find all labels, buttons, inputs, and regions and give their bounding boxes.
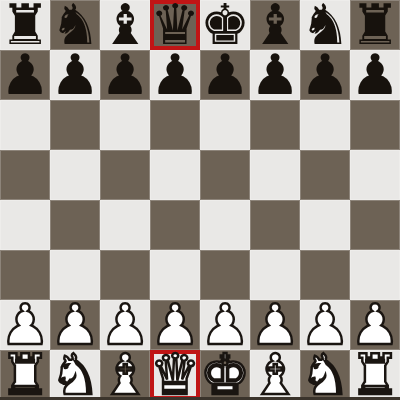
square-a4[interactable] (0, 200, 50, 250)
square-c1[interactable]: ♝ (100, 350, 150, 400)
square-a5[interactable] (0, 150, 50, 200)
square-d4[interactable] (150, 200, 200, 250)
square-c4[interactable] (100, 200, 150, 250)
square-e4[interactable] (200, 200, 250, 250)
square-e7[interactable]: ♟ (200, 50, 250, 100)
square-b4[interactable] (50, 200, 100, 250)
square-g4[interactable] (300, 200, 350, 250)
piece-white-knight[interactable]: ♞ (300, 350, 350, 400)
square-c6[interactable] (100, 100, 150, 150)
piece-white-bishop[interactable]: ♝ (250, 350, 300, 400)
square-c7[interactable]: ♟ (100, 50, 150, 100)
square-e6[interactable] (200, 100, 250, 150)
piece-white-king[interactable]: ♚ (200, 350, 250, 400)
piece-white-knight[interactable]: ♞ (50, 350, 100, 400)
piece-black-pawn[interactable]: ♟ (100, 50, 150, 100)
square-b6[interactable] (50, 100, 100, 150)
square-h1[interactable]: ♜ (350, 350, 400, 400)
square-d6[interactable] (150, 100, 200, 150)
square-f1[interactable]: ♝ (250, 350, 300, 400)
square-h5[interactable] (350, 150, 400, 200)
square-d1[interactable]: ♛ (150, 350, 200, 400)
piece-black-pawn[interactable]: ♟ (0, 50, 50, 100)
piece-black-pawn[interactable]: ♟ (250, 50, 300, 100)
square-d7[interactable]: ♟ (150, 50, 200, 100)
chess-board: ♜♞♝♛♚♝♞♜♟♟♟♟♟♟♟♟♟♟♟♟♟♟♟♟♜♞♝♛♚♝♞♜ (0, 0, 400, 400)
square-f7[interactable]: ♟ (250, 50, 300, 100)
piece-black-pawn[interactable]: ♟ (300, 50, 350, 100)
square-g1[interactable]: ♞ (300, 350, 350, 400)
square-h6[interactable] (350, 100, 400, 150)
square-g7[interactable]: ♟ (300, 50, 350, 100)
piece-black-pawn[interactable]: ♟ (150, 50, 200, 100)
piece-black-pawn[interactable]: ♟ (200, 50, 250, 100)
square-e5[interactable] (200, 150, 250, 200)
piece-white-rook[interactable]: ♜ (0, 350, 50, 400)
board-grid: ♜♞♝♛♚♝♞♜♟♟♟♟♟♟♟♟♟♟♟♟♟♟♟♟♜♞♝♛♚♝♞♜ (0, 0, 400, 400)
square-h7[interactable]: ♟ (350, 50, 400, 100)
square-f5[interactable] (250, 150, 300, 200)
square-b7[interactable]: ♟ (50, 50, 100, 100)
square-a7[interactable]: ♟ (0, 50, 50, 100)
square-g5[interactable] (300, 150, 350, 200)
square-e1[interactable]: ♚ (200, 350, 250, 400)
square-f4[interactable] (250, 200, 300, 250)
piece-black-pawn[interactable]: ♟ (350, 50, 400, 100)
square-f6[interactable] (250, 100, 300, 150)
piece-black-pawn[interactable]: ♟ (50, 50, 100, 100)
square-h4[interactable] (350, 200, 400, 250)
square-a1[interactable]: ♜ (0, 350, 50, 400)
piece-white-bishop[interactable]: ♝ (100, 350, 150, 400)
square-b1[interactable]: ♞ (50, 350, 100, 400)
square-b5[interactable] (50, 150, 100, 200)
square-d5[interactable] (150, 150, 200, 200)
square-g6[interactable] (300, 100, 350, 150)
square-a6[interactable] (0, 100, 50, 150)
piece-white-rook[interactable]: ♜ (350, 350, 400, 400)
square-c5[interactable] (100, 150, 150, 200)
piece-white-queen[interactable]: ♛ (150, 350, 200, 400)
